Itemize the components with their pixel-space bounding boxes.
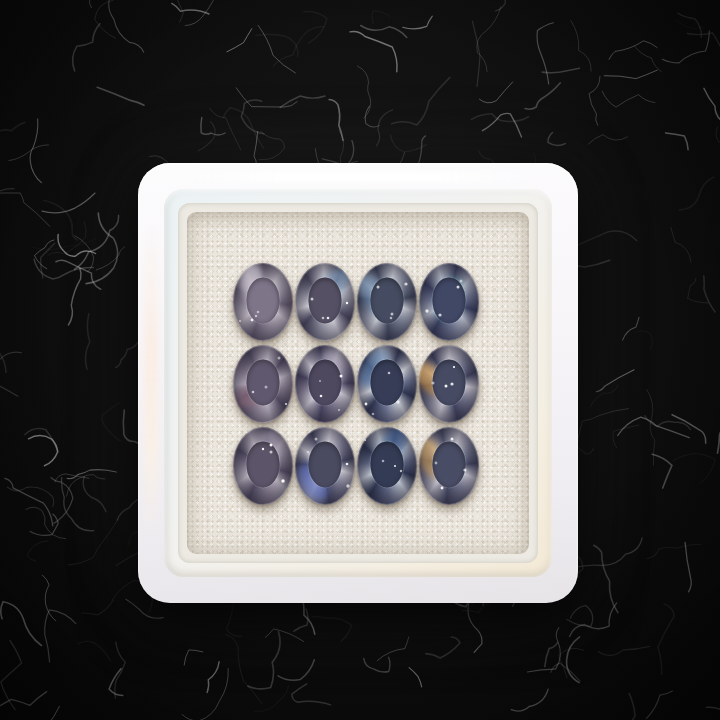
gem-r3c4: [419, 427, 479, 505]
gem-table-facet: [247, 360, 280, 405]
gem-sparkle: [233, 427, 235, 429]
gem-sparkle: [357, 345, 359, 347]
gem-r1c1: [233, 263, 293, 341]
gem-sparkle: [295, 263, 297, 265]
gem-r2c2: [295, 345, 355, 423]
gem-sparkle: [357, 263, 359, 265]
gem-sparkle: [419, 345, 421, 347]
gem-table-facet: [433, 278, 466, 323]
gem-r1c2: [295, 263, 355, 341]
gem-table-facet: [371, 442, 404, 487]
gem-table-facet: [309, 278, 342, 323]
gem-sparkle: [295, 345, 297, 347]
gem-table-facet: [371, 360, 404, 405]
gem-table-facet: [433, 360, 466, 405]
gem-r1c4: [419, 263, 479, 341]
gem-r3c2: [295, 427, 355, 505]
gem-r2c4: [419, 345, 479, 423]
box-inner-bevel: [164, 189, 552, 577]
gem-grid: [232, 261, 480, 507]
gem-r1c3: [357, 263, 417, 341]
gem-sparkle: [419, 263, 421, 265]
gem-r3c3: [357, 427, 417, 505]
gem-table-facet: [433, 442, 466, 487]
gem-sparkle: [233, 345, 235, 347]
box-inner-step: [178, 203, 538, 563]
gem-table-facet: [371, 278, 404, 323]
gem-sparkle: [233, 263, 235, 265]
gem-r3c1: [233, 427, 293, 505]
gem-r2c3: [357, 345, 417, 423]
gem-table-facet: [247, 278, 280, 323]
foam-insert: [187, 212, 529, 554]
gem-sparkle: [419, 427, 421, 429]
gem-table-facet: [309, 360, 342, 405]
gem-sparkle: [295, 427, 297, 429]
gem-r2c1: [233, 345, 293, 423]
gem-table-facet: [247, 442, 280, 487]
gem-box: [138, 163, 578, 603]
gem-table-facet: [309, 442, 342, 487]
gem-sparkle: [357, 427, 359, 429]
